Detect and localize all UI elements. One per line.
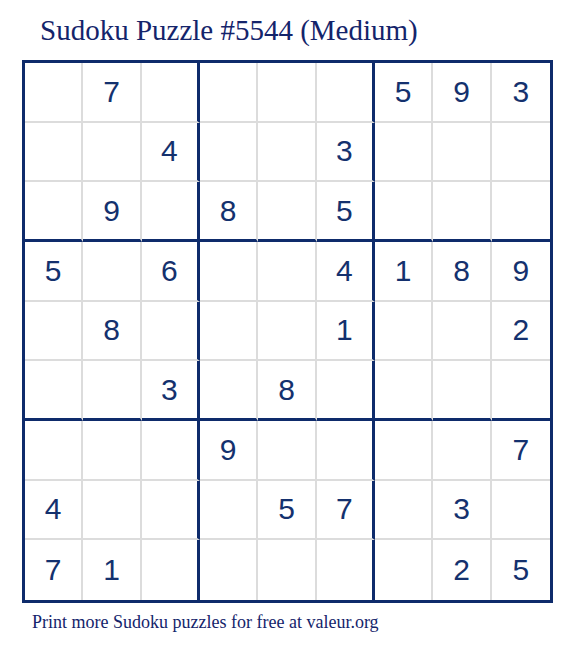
sudoku-cell-r5c3 [142,302,200,362]
sudoku-cell-r9c4 [200,540,258,600]
sudoku-cell-r5c5 [258,302,316,362]
sudoku-cell-r4c4 [200,242,258,302]
sudoku-cell-r3c9 [492,182,550,242]
sudoku-cell-r4c7: 1 [375,242,433,302]
sudoku-cell-r1c8: 9 [433,63,491,123]
sudoku-cell-r8c2 [83,481,141,541]
sudoku-cell-r7c2 [83,421,141,481]
sudoku-cell-r9c1: 7 [25,540,83,600]
sudoku-cell-r9c9: 5 [492,540,550,600]
sudoku-cell-r9c2: 1 [83,540,141,600]
sudoku-cell-r9c3 [142,540,200,600]
sudoku-cell-r7c5 [258,421,316,481]
sudoku-cell-r8c3 [142,481,200,541]
sudoku-cell-r5c8 [433,302,491,362]
sudoku-cell-r6c8 [433,361,491,421]
sudoku-cell-r2c3: 4 [142,123,200,183]
sudoku-cell-r8c4 [200,481,258,541]
sudoku-cell-r2c8 [433,123,491,183]
sudoku-cell-r7c9: 7 [492,421,550,481]
sudoku-cell-r6c4 [200,361,258,421]
puzzle-title: Sudoku Puzzle #5544 (Medium) [40,14,418,47]
sudoku-cell-r7c6 [317,421,375,481]
sudoku-cell-r1c7: 5 [375,63,433,123]
sudoku-cell-r6c5: 8 [258,361,316,421]
sudoku-cell-r6c2 [83,361,141,421]
sudoku-cell-r8c5: 5 [258,481,316,541]
sudoku-board: 759343985564189812389745737125 [22,60,553,603]
sudoku-cell-r1c9: 3 [492,63,550,123]
sudoku-cell-r9c6 [317,540,375,600]
sudoku-cell-r5c6: 1 [317,302,375,362]
sudoku-cell-r9c8: 2 [433,540,491,600]
sudoku-cell-r6c3: 3 [142,361,200,421]
sudoku-cell-r1c1 [25,63,83,123]
sudoku-cell-r4c3: 6 [142,242,200,302]
footer-text: Print more Sudoku puzzles for free at va… [32,612,379,633]
sudoku-cell-r2c7 [375,123,433,183]
sudoku-cell-r4c2 [83,242,141,302]
sudoku-cell-r4c8: 8 [433,242,491,302]
sudoku-cell-r3c6: 5 [317,182,375,242]
sudoku-cell-r8c6: 7 [317,481,375,541]
sudoku-cell-r8c1: 4 [25,481,83,541]
sudoku-cell-r3c7 [375,182,433,242]
sudoku-cell-r3c1 [25,182,83,242]
sudoku-cell-r7c3 [142,421,200,481]
sudoku-cell-r8c7 [375,481,433,541]
sudoku-cell-r3c2: 9 [83,182,141,242]
sudoku-cell-r2c6: 3 [317,123,375,183]
sudoku-cell-r2c9 [492,123,550,183]
sudoku-cell-r3c3 [142,182,200,242]
sudoku-cell-r1c6 [317,63,375,123]
sudoku-cell-r4c1: 5 [25,242,83,302]
sudoku-cell-r4c6: 4 [317,242,375,302]
sudoku-cell-r1c3 [142,63,200,123]
sudoku-cell-r7c1 [25,421,83,481]
sudoku-cell-r3c8 [433,182,491,242]
sudoku-cell-r3c5 [258,182,316,242]
sudoku-cell-r5c9: 2 [492,302,550,362]
sudoku-cell-r4c9: 9 [492,242,550,302]
sudoku-cell-r6c9 [492,361,550,421]
sudoku-cell-r1c5 [258,63,316,123]
sudoku-cell-r4c5 [258,242,316,302]
sudoku-cell-r5c1 [25,302,83,362]
sudoku-cell-r5c7 [375,302,433,362]
sudoku-cell-r9c5 [258,540,316,600]
sudoku-cell-r6c6 [317,361,375,421]
sudoku-cell-r5c2: 8 [83,302,141,362]
sudoku-cell-r3c4: 8 [200,182,258,242]
sudoku-cell-r6c7 [375,361,433,421]
sudoku-cell-r2c5 [258,123,316,183]
sudoku-cell-r1c4 [200,63,258,123]
sudoku-cell-r7c8 [433,421,491,481]
sudoku-cell-r8c8: 3 [433,481,491,541]
sudoku-cell-r6c1 [25,361,83,421]
sudoku-cell-r1c2: 7 [83,63,141,123]
sudoku-cell-r2c2 [83,123,141,183]
sudoku-cell-r2c1 [25,123,83,183]
sudoku-page: Sudoku Puzzle #5544 (Medium) 75934398556… [0,0,574,651]
sudoku-cell-r7c7 [375,421,433,481]
sudoku-cell-r9c7 [375,540,433,600]
sudoku-cell-r5c4 [200,302,258,362]
sudoku-cell-r2c4 [200,123,258,183]
sudoku-cell-r7c4: 9 [200,421,258,481]
sudoku-cell-r8c9 [492,481,550,541]
